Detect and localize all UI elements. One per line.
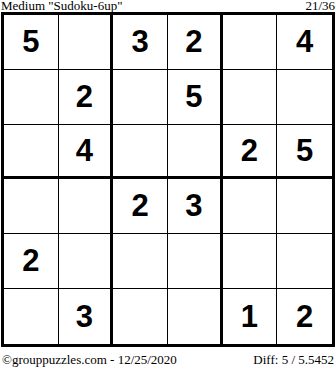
sudoku-cell-empty[interactable] — [113, 289, 168, 344]
sudoku-cell-given: 3 — [59, 289, 114, 344]
puzzle-counter: 21/36 — [305, 0, 335, 12]
sudoku-cell-empty[interactable] — [277, 234, 332, 289]
sudoku-cell-empty[interactable] — [223, 15, 278, 70]
sudoku-cell-given: 3 — [168, 179, 223, 234]
sudoku-cell-empty[interactable] — [277, 179, 332, 234]
puzzle-title: Medium "Sudoku-6up" — [1, 0, 122, 12]
difficulty-text: Diff: 5 / 5.5452 — [253, 353, 334, 367]
copyright-text: ©grouppuzzles.com - 12/25/2020 — [2, 353, 177, 367]
sudoku-cell-empty[interactable] — [223, 234, 278, 289]
sudoku-cell-empty[interactable] — [168, 125, 223, 180]
sudoku-cell-empty[interactable] — [223, 70, 278, 125]
sudoku-cell-given: 2 — [4, 234, 59, 289]
sudoku-cell-given: 2 — [277, 289, 332, 344]
sudoku-cell-given: 2 — [223, 125, 278, 180]
sudoku-cell-empty[interactable] — [4, 125, 59, 180]
sudoku-cell-empty[interactable] — [4, 289, 59, 344]
sudoku-cell-empty[interactable] — [277, 70, 332, 125]
sudoku-cell-empty[interactable] — [113, 234, 168, 289]
sudoku-cell-given: 5 — [168, 70, 223, 125]
footer: ©grouppuzzles.com - 12/25/2020 Diff: 5 /… — [0, 353, 336, 367]
sudoku-cell-empty[interactable] — [168, 289, 223, 344]
sudoku-cell-empty[interactable] — [4, 179, 59, 234]
sudoku-cell-empty[interactable] — [59, 234, 114, 289]
sudoku-cell-empty[interactable] — [59, 179, 114, 234]
sudoku-cell-given: 5 — [4, 15, 59, 70]
sudoku-cell-given: 2 — [59, 70, 114, 125]
sudoku-cell-empty[interactable] — [113, 70, 168, 125]
puzzle-page: Medium "Sudoku-6up" 21/36 53242542523231… — [0, 0, 336, 370]
sudoku-cell-given: 3 — [113, 15, 168, 70]
sudoku-cell-given: 4 — [277, 15, 332, 70]
sudoku-board: 532425425232312 — [1, 12, 335, 347]
sudoku-cell-empty[interactable] — [113, 125, 168, 180]
sudoku-cell-empty[interactable] — [168, 234, 223, 289]
sudoku-cell-given: 4 — [59, 125, 114, 180]
sudoku-cell-empty[interactable] — [223, 179, 278, 234]
sudoku-cell-empty[interactable] — [59, 15, 114, 70]
sudoku-cell-given: 2 — [113, 179, 168, 234]
sudoku-cell-given: 1 — [223, 289, 278, 344]
header: Medium "Sudoku-6up" 21/36 — [0, 0, 336, 12]
sudoku-cell-given: 5 — [277, 125, 332, 180]
sudoku-cell-given: 2 — [168, 15, 223, 70]
sudoku-cell-empty[interactable] — [4, 70, 59, 125]
